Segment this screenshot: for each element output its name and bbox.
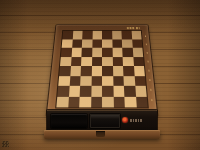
- frame-led-dot: [150, 89, 152, 91]
- square-a2[interactable]: [57, 86, 69, 97]
- photo-scene: [0, 0, 200, 150]
- square-d5[interactable]: [92, 57, 103, 66]
- square-c3[interactable]: [80, 76, 91, 86]
- square-g2[interactable]: [124, 86, 136, 97]
- square-h3[interactable]: [134, 76, 146, 86]
- frame-led-dot: [151, 99, 153, 101]
- square-c8[interactable]: [82, 31, 92, 39]
- square-f4[interactable]: [113, 66, 124, 76]
- square-b7[interactable]: [72, 39, 82, 48]
- square-e3[interactable]: [102, 76, 113, 86]
- square-d8[interactable]: [92, 31, 102, 39]
- square-a8[interactable]: [62, 31, 72, 39]
- wooden-base-rail: [44, 130, 160, 139]
- lcd-display: [90, 114, 120, 128]
- square-b4[interactable]: [70, 66, 81, 76]
- square-e2[interactable]: [102, 86, 113, 97]
- square-h2[interactable]: [135, 86, 147, 97]
- square-h6[interactable]: [132, 48, 143, 57]
- square-b8[interactable]: [72, 31, 82, 39]
- frame-led-dot: [148, 70, 150, 71]
- square-b6[interactable]: [71, 48, 82, 57]
- square-d1[interactable]: [91, 96, 102, 107]
- chess-computer-board: [47, 25, 158, 116]
- square-f6[interactable]: [112, 48, 122, 57]
- square-g7[interactable]: [122, 39, 132, 48]
- square-c5[interactable]: [81, 57, 92, 66]
- square-c1[interactable]: [79, 96, 91, 107]
- brand-logo-icon: [122, 117, 128, 123]
- square-g1[interactable]: [124, 96, 136, 107]
- square-e5[interactable]: [102, 57, 113, 66]
- square-f7[interactable]: [112, 39, 122, 48]
- corner-watermark: [2, 141, 9, 147]
- brand-marking: [127, 27, 140, 29]
- square-c7[interactable]: [82, 39, 92, 48]
- square-c6[interactable]: [81, 48, 91, 57]
- brand-logo-text: [130, 119, 142, 122]
- control-unit: [47, 110, 157, 132]
- square-d4[interactable]: [91, 66, 102, 76]
- square-g3[interactable]: [123, 76, 134, 86]
- square-f3[interactable]: [113, 76, 124, 86]
- square-f8[interactable]: [112, 31, 122, 39]
- square-h8[interactable]: [131, 31, 141, 39]
- square-d6[interactable]: [92, 48, 102, 57]
- square-f1[interactable]: [113, 96, 125, 107]
- chess-board-grid: [56, 31, 147, 108]
- square-h5[interactable]: [133, 57, 144, 66]
- frame-led-dot: [145, 36, 147, 37]
- square-e1[interactable]: [102, 96, 113, 107]
- square-b5[interactable]: [71, 57, 82, 66]
- square-g4[interactable]: [123, 66, 134, 76]
- square-a3[interactable]: [58, 76, 70, 86]
- square-e4[interactable]: [102, 66, 113, 76]
- square-a4[interactable]: [59, 66, 70, 76]
- board-frame: [47, 25, 158, 116]
- frame-led-dot: [147, 61, 149, 62]
- square-c4[interactable]: [81, 66, 92, 76]
- square-a7[interactable]: [62, 39, 73, 48]
- square-h7[interactable]: [132, 39, 143, 48]
- square-e8[interactable]: [102, 31, 112, 39]
- square-a6[interactable]: [61, 48, 72, 57]
- square-g8[interactable]: [121, 31, 131, 39]
- square-g6[interactable]: [122, 48, 133, 57]
- square-a5[interactable]: [60, 57, 71, 66]
- square-a1[interactable]: [56, 96, 68, 107]
- square-e6[interactable]: [102, 48, 112, 57]
- square-d2[interactable]: [91, 86, 102, 97]
- square-b1[interactable]: [68, 96, 80, 107]
- base-notch: [96, 131, 105, 137]
- frame-led-dot: [146, 44, 148, 45]
- square-c2[interactable]: [80, 86, 91, 97]
- square-f2[interactable]: [113, 86, 124, 97]
- square-b3[interactable]: [69, 76, 80, 86]
- square-f5[interactable]: [112, 57, 123, 66]
- square-d3[interactable]: [91, 76, 102, 86]
- square-h1[interactable]: [136, 96, 148, 107]
- piece-tray-cover: [51, 114, 87, 128]
- frame-led-dot: [146, 52, 148, 53]
- square-e7[interactable]: [102, 39, 112, 48]
- square-h4[interactable]: [134, 66, 145, 76]
- square-g5[interactable]: [123, 57, 134, 66]
- square-b2[interactable]: [68, 86, 80, 97]
- square-d7[interactable]: [92, 39, 102, 48]
- frame-led-dot: [149, 79, 151, 81]
